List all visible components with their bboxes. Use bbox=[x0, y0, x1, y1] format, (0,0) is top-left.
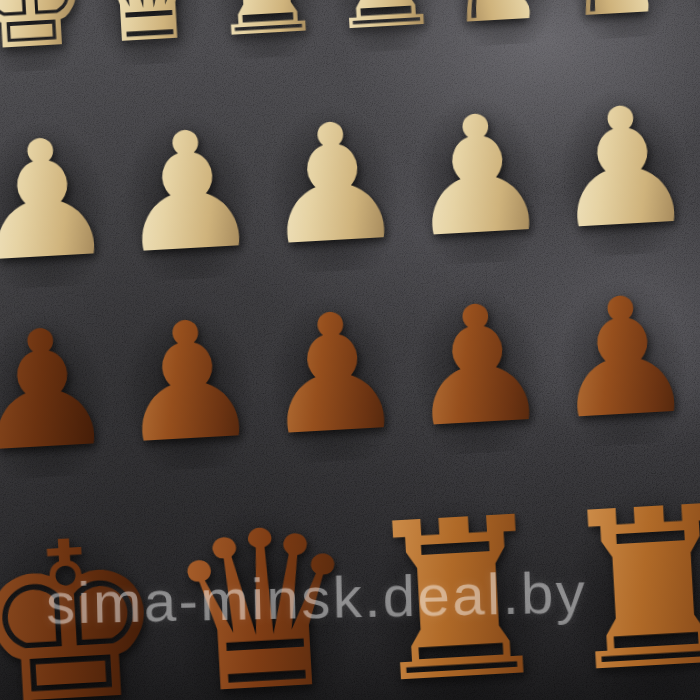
white-rook: ♜ bbox=[203, 0, 329, 56]
black-pawn-slot: ♟ bbox=[111, 297, 265, 467]
white-pawn: ♟ bbox=[256, 99, 410, 269]
white-pawn-slot: ♟ bbox=[0, 115, 120, 285]
black-pawn: ♟ bbox=[111, 297, 265, 467]
white-queen: ♛ bbox=[85, 0, 211, 63]
tray-row-white-majors: ♚♛♜♜♞♞♝♝ bbox=[0, 0, 700, 69]
white-rook-slot: ♜ bbox=[203, 0, 329, 56]
white-pawn-slot: ♟ bbox=[111, 107, 265, 277]
white-rook-slot: ♜ bbox=[321, 0, 447, 49]
white-pawn-slot: ♟ bbox=[401, 91, 555, 261]
tray-row-white-pawns: ♟♟♟♟♟♟♟♟ bbox=[0, 81, 700, 285]
white-pawn: ♟ bbox=[401, 91, 555, 261]
white-king: ♚ bbox=[0, 0, 92, 69]
white-knight-slot: ♞ bbox=[558, 0, 684, 36]
black-pawn: ♟ bbox=[256, 289, 410, 459]
tray-row-black-pawns: ♟♟♟♟♟♟♟♟ bbox=[0, 271, 700, 475]
white-pawn-slot: ♟ bbox=[256, 99, 410, 269]
watermark: sima-minsk.deal.by bbox=[45, 558, 588, 636]
foam-tray: ♚♛♜♜♞♞♝♝♟♟♟♟♟♟♟♟♟♟♟♟♟♟♟♟♚♛♜♜♞♞♝♝sima-min… bbox=[0, 0, 700, 700]
black-pawn: ♟ bbox=[401, 281, 555, 451]
black-pawn-slot: ♟ bbox=[256, 289, 410, 459]
white-pawn-slot: ♟ bbox=[546, 83, 700, 253]
white-knight-slot: ♞ bbox=[440, 0, 566, 43]
black-pawn: ♟ bbox=[0, 305, 120, 475]
black-pawn-slot: ♟ bbox=[546, 273, 700, 443]
white-king-slot: ♚ bbox=[0, 0, 92, 69]
white-pawn: ♟ bbox=[546, 83, 700, 253]
white-pawn: ♟ bbox=[111, 107, 265, 277]
white-queen-slot: ♛ bbox=[85, 0, 211, 63]
black-pawn-slot: ♟ bbox=[401, 281, 555, 451]
white-pawn: ♟ bbox=[0, 115, 120, 285]
white-knight: ♞ bbox=[440, 0, 566, 43]
black-pawn-slot: ♟ bbox=[0, 305, 120, 475]
white-knight: ♞ bbox=[558, 0, 684, 36]
white-rook: ♜ bbox=[321, 0, 447, 49]
black-pawn: ♟ bbox=[546, 273, 700, 443]
